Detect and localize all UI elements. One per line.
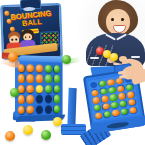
board-cell-r1c2 xyxy=(98,80,107,88)
product-photo: BOUNCING BALL xyxy=(0,0,145,145)
board-cell-r2c4 xyxy=(45,74,52,83)
orange-ball xyxy=(18,95,25,103)
board-cell-r5c5 xyxy=(129,106,138,114)
green-ball xyxy=(53,105,60,113)
board-cell-r2c1 xyxy=(17,74,25,83)
orange-ball xyxy=(27,95,34,103)
board-cell-r4c2 xyxy=(27,95,35,104)
board-cell-r3c5 xyxy=(126,91,135,99)
green-ball xyxy=(93,104,101,111)
board-cell-r1c4 xyxy=(45,64,52,73)
boy-face xyxy=(106,9,130,35)
board-panel xyxy=(15,55,66,123)
board-cell-r4c1 xyxy=(17,95,25,104)
loose-ball-yellow xyxy=(23,125,33,135)
board-cell-r3c5 xyxy=(53,85,60,94)
board-cell-r5c1 xyxy=(17,105,25,114)
orange-ball xyxy=(101,95,109,102)
green-ball xyxy=(108,86,116,93)
board-cell-r5c4 xyxy=(120,108,129,116)
green-ball xyxy=(53,65,60,73)
orange-ball xyxy=(128,99,136,106)
boy-smile xyxy=(113,25,126,33)
yellow-ball xyxy=(36,85,43,93)
green-ball xyxy=(45,85,52,93)
orange-ball xyxy=(27,105,34,113)
board-cell-r4c4 xyxy=(119,100,128,108)
ramp-ball-yellow xyxy=(110,53,118,61)
green-ball xyxy=(103,111,111,118)
green-ball xyxy=(45,75,52,83)
board-cell-r2c2 xyxy=(99,87,108,95)
board-cell-r2c2 xyxy=(27,74,35,83)
orange-ball xyxy=(27,74,34,82)
board-cell-r5c2 xyxy=(103,110,112,118)
orange-ball xyxy=(92,97,100,104)
board-cell-r5c4 xyxy=(45,105,52,114)
board-cell-r4c3 xyxy=(110,101,119,109)
flying-ball-green xyxy=(10,88,19,97)
board-cell-r3c2 xyxy=(27,85,35,94)
orange-ball xyxy=(102,103,110,110)
green-ball xyxy=(121,108,129,115)
board-cell-r4c2 xyxy=(102,103,111,111)
green-ball xyxy=(119,100,127,107)
board-cell-r2c1 xyxy=(90,89,99,97)
board-cell-r5c2 xyxy=(27,105,35,114)
orange-ball xyxy=(18,74,25,82)
green-ball xyxy=(99,88,107,95)
board-cell-r5c3 xyxy=(36,105,43,114)
orange-ball xyxy=(107,79,115,86)
board-cell-r4c5 xyxy=(53,95,60,104)
board-cell-r4c5 xyxy=(128,99,137,107)
board-cell-r1c3 xyxy=(107,78,116,86)
flying-ball-green xyxy=(62,55,71,64)
board-cell-r4c1 xyxy=(93,104,102,112)
orange-ball xyxy=(94,112,102,119)
board-cell-r5c1 xyxy=(94,112,103,120)
board-cell-r5c3 xyxy=(112,109,121,117)
loose-ball-orange xyxy=(5,131,15,141)
green-ball xyxy=(111,102,119,109)
board-cell-r3c1 xyxy=(92,96,101,104)
orange-ball xyxy=(129,107,137,114)
orange-ball xyxy=(18,106,25,115)
loose-ball-green xyxy=(41,130,51,140)
board-cell-r3c4 xyxy=(118,92,127,100)
game-box: BOUNCING BALL xyxy=(0,3,63,60)
collar-stripe xyxy=(116,34,127,41)
board-cell-r2c3 xyxy=(36,74,43,83)
board-cell-r4c3 xyxy=(36,95,43,104)
green-ball xyxy=(45,65,52,73)
board-cell-r2c5 xyxy=(53,75,60,84)
board-cell-r5c5 xyxy=(53,105,60,114)
board-cell-r1c2 xyxy=(27,64,35,73)
green-ball xyxy=(109,94,117,101)
orange-ball xyxy=(36,64,43,72)
board-cell-r4c4 xyxy=(45,95,52,104)
green-ball xyxy=(98,80,106,87)
flying-ball-orange xyxy=(8,52,18,62)
green-ball xyxy=(53,95,60,103)
board-cell-r1c1 xyxy=(89,81,98,89)
board-cell-r3c3 xyxy=(36,85,43,94)
box-art-ball-icon xyxy=(4,11,9,16)
orange-ball xyxy=(91,89,99,96)
board-cell-r3c4 xyxy=(45,85,52,94)
board-grid xyxy=(15,61,63,117)
collar-stripe xyxy=(105,34,116,41)
board-cell-r3c3 xyxy=(109,94,118,102)
board-cell-r1c5 xyxy=(53,65,60,74)
orange-ball xyxy=(127,91,135,98)
main-board xyxy=(15,55,75,125)
orange-ball xyxy=(112,109,120,116)
orange-ball xyxy=(27,64,34,72)
green-ball xyxy=(53,75,60,83)
orange-ball xyxy=(118,93,126,100)
box-title: BOUNCING BALL xyxy=(10,10,53,28)
orange-ball xyxy=(36,75,43,83)
orange-ball xyxy=(27,85,34,93)
board-cell-r3c2 xyxy=(100,95,109,103)
green-ball xyxy=(53,85,60,93)
loose-ball-yellow xyxy=(53,117,62,126)
board-cell-r2c3 xyxy=(108,86,117,94)
board-cell-r1c3 xyxy=(36,64,43,73)
